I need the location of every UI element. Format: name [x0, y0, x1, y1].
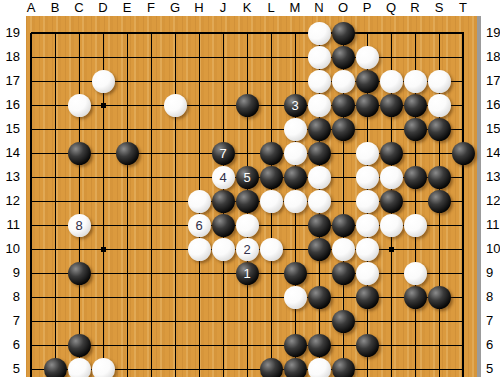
stone-black-O7 [332, 310, 355, 333]
stone-white-N16 [308, 94, 331, 117]
stone-black-C6 [68, 334, 91, 357]
stone-white-Q11 [380, 214, 403, 237]
move-number-3: 3 [291, 99, 298, 112]
column-label-O: O [331, 0, 355, 15]
row-label-left-16: 16 [0, 97, 20, 113]
stone-white-O10 [332, 238, 355, 261]
row-label-left-11: 11 [0, 217, 20, 233]
stone-white-Q13 [380, 166, 403, 189]
stone-white-G16 [164, 94, 187, 117]
stone-black-S12 [428, 190, 451, 213]
column-label-R: R [403, 0, 427, 15]
row-label-right-9: 9 [486, 265, 500, 281]
column-label-S: S [427, 0, 451, 15]
stone-white-Q17 [380, 70, 403, 93]
row-label-right-14: 14 [486, 145, 500, 161]
grid-line-col-F [151, 33, 152, 377]
row-label-left-13: 13 [0, 169, 20, 185]
column-label-J: J [211, 0, 235, 15]
column-label-Q: Q [379, 0, 403, 15]
row-label-left-15: 15 [0, 121, 20, 137]
stone-white-P11 [356, 214, 379, 237]
stone-black-O19 [332, 22, 355, 45]
grid-line-col-G [175, 33, 176, 377]
stone-white-M8 [284, 286, 307, 309]
stone-white-J10 [212, 238, 235, 261]
stone-black-S13 [428, 166, 451, 189]
row-label-left-5: 5 [0, 361, 20, 377]
row-label-right-11: 11 [486, 217, 500, 233]
stone-black-O15 [332, 118, 355, 141]
stone-black-M9 [284, 262, 307, 285]
row-label-right-8: 8 [486, 289, 500, 305]
column-label-D: D [91, 0, 115, 15]
stone-black-O18 [332, 46, 355, 69]
row-label-right-12: 12 [486, 193, 500, 209]
column-label-E: E [115, 0, 139, 15]
column-label-T: T [451, 0, 475, 15]
stone-white-D17 [92, 70, 115, 93]
stone-black-L5 [260, 358, 283, 377]
column-label-A: A [19, 0, 43, 15]
stone-white-N12 [308, 190, 331, 213]
stone-white-P9 [356, 262, 379, 285]
column-label-B: B [43, 0, 67, 15]
grid-line-col-E [127, 33, 128, 377]
stone-black-P17 [356, 70, 379, 93]
row-label-left-6: 6 [0, 337, 20, 353]
stone-black-C14 [68, 142, 91, 165]
stone-black-N6 [308, 334, 331, 357]
row-label-right-10: 10 [486, 241, 500, 257]
row-label-left-9: 9 [0, 265, 20, 281]
stone-black-P8 [356, 286, 379, 309]
move-number-2: 2 [243, 243, 250, 256]
stone-black-L13 [260, 166, 283, 189]
row-label-right-5: 5 [486, 361, 500, 377]
stone-black-J12 [212, 190, 235, 213]
stone-white-H10 [188, 238, 211, 261]
move-number-4: 4 [219, 171, 226, 184]
stone-white-J13: 4 [212, 166, 235, 189]
row-label-left-19: 19 [0, 25, 20, 41]
column-label-G: G [163, 0, 187, 15]
stone-black-L14 [260, 142, 283, 165]
row-label-right-15: 15 [486, 121, 500, 137]
stone-black-M5 [284, 358, 307, 377]
stone-white-R11 [404, 214, 427, 237]
stone-white-P14 [356, 142, 379, 165]
stone-white-K11 [236, 214, 259, 237]
column-label-L: L [259, 0, 283, 15]
stone-white-M14 [284, 142, 307, 165]
stone-white-H11: 6 [188, 214, 211, 237]
move-number-5: 5 [243, 171, 250, 184]
grid-line-col-C [79, 33, 80, 377]
row-label-right-7: 7 [486, 313, 500, 329]
stone-white-L10 [260, 238, 283, 261]
grid-line-row-6 [31, 345, 464, 346]
grid-line-row-18 [31, 57, 464, 58]
stone-black-O11 [332, 214, 355, 237]
move-number-8: 8 [75, 219, 82, 232]
grid-line-col-T [462, 33, 464, 377]
stone-white-R9 [404, 262, 427, 285]
stone-black-N8 [308, 286, 331, 309]
stone-white-C16 [68, 94, 91, 117]
column-label-F: F [139, 0, 163, 15]
stone-black-K16 [236, 94, 259, 117]
stone-black-K9: 1 [236, 262, 259, 285]
move-number-6: 6 [195, 219, 202, 232]
go-diagram: ABCDEFGHJKLMNOPQRST 19181716151413121110… [0, 0, 500, 377]
stone-black-O16 [332, 94, 355, 117]
row-label-left-7: 7 [0, 313, 20, 329]
stone-black-B5 [44, 358, 67, 377]
stone-black-Q14 [380, 142, 403, 165]
stone-black-R15 [404, 118, 427, 141]
stone-black-T14 [452, 142, 475, 165]
stone-black-S8 [428, 286, 451, 309]
row-label-right-16: 16 [486, 97, 500, 113]
row-label-right-6: 6 [486, 337, 500, 353]
stone-black-Q12 [380, 190, 403, 213]
stone-black-R16 [404, 94, 427, 117]
stone-black-O9 [332, 262, 355, 285]
stone-white-P12 [356, 190, 379, 213]
column-label-C: C [67, 0, 91, 15]
row-label-left-18: 18 [0, 49, 20, 65]
stone-black-J11 [212, 214, 235, 237]
grid-line-row-15 [31, 129, 464, 130]
stone-black-J14: 7 [212, 142, 235, 165]
stone-black-N10 [308, 238, 331, 261]
grid-line-row-8 [31, 297, 464, 298]
star-point-D10 [101, 247, 106, 252]
stone-white-R17 [404, 70, 427, 93]
row-label-right-17: 17 [486, 73, 500, 89]
stone-black-R8 [404, 286, 427, 309]
stone-black-N14 [308, 142, 331, 165]
column-label-K: K [235, 0, 259, 15]
stone-black-O5 [332, 358, 355, 377]
stone-white-D5 [92, 358, 115, 377]
stone-black-N15 [308, 118, 331, 141]
grid-line-row-19 [31, 32, 464, 34]
stone-white-P10 [356, 238, 379, 261]
stone-black-M16: 3 [284, 94, 307, 117]
stone-black-Q16 [380, 94, 403, 117]
stone-black-S15 [428, 118, 451, 141]
stone-white-S16 [428, 94, 451, 117]
stone-white-H12 [188, 190, 211, 213]
move-number-1: 1 [243, 267, 250, 280]
stone-white-N18 [308, 46, 331, 69]
stone-white-K10: 2 [236, 238, 259, 261]
stone-black-M6 [284, 334, 307, 357]
stone-white-S17 [428, 70, 451, 93]
stone-black-K12 [236, 190, 259, 213]
stone-black-P6 [356, 334, 379, 357]
row-label-left-10: 10 [0, 241, 20, 257]
stone-white-L12 [260, 190, 283, 213]
star-point-Q10 [389, 247, 394, 252]
row-label-right-19: 19 [486, 25, 500, 41]
stone-black-E14 [116, 142, 139, 165]
stone-white-P13 [356, 166, 379, 189]
stone-black-C9 [68, 262, 91, 285]
grid-line-col-A [30, 33, 32, 377]
grid-line-col-B [55, 33, 56, 377]
stone-white-N13 [308, 166, 331, 189]
stone-white-N17 [308, 70, 331, 93]
column-label-H: H [187, 0, 211, 15]
go-board[interactable]: 37514862 [26, 16, 481, 377]
move-number-7: 7 [219, 147, 226, 160]
stone-white-P18 [356, 46, 379, 69]
row-label-left-12: 12 [0, 193, 20, 209]
column-label-P: P [355, 0, 379, 15]
stone-white-C11: 8 [68, 214, 91, 237]
stone-white-C5 [68, 358, 91, 377]
stone-black-P16 [356, 94, 379, 117]
row-label-left-17: 17 [0, 73, 20, 89]
stone-white-M15 [284, 118, 307, 141]
column-label-M: M [283, 0, 307, 15]
stone-black-N11 [308, 214, 331, 237]
column-label-N: N [307, 0, 331, 15]
stone-black-R13 [404, 166, 427, 189]
stone-white-N5 [308, 358, 331, 377]
stone-white-N19 [308, 22, 331, 45]
row-label-right-18: 18 [486, 49, 500, 65]
star-point-D16 [101, 103, 106, 108]
grid-line-row-7 [31, 321, 464, 322]
stone-white-O17 [332, 70, 355, 93]
row-label-left-8: 8 [0, 289, 20, 305]
row-label-left-14: 14 [0, 145, 20, 161]
stone-black-K13: 5 [236, 166, 259, 189]
stone-white-M12 [284, 190, 307, 213]
row-label-right-13: 13 [486, 169, 500, 185]
stone-black-M13 [284, 166, 307, 189]
